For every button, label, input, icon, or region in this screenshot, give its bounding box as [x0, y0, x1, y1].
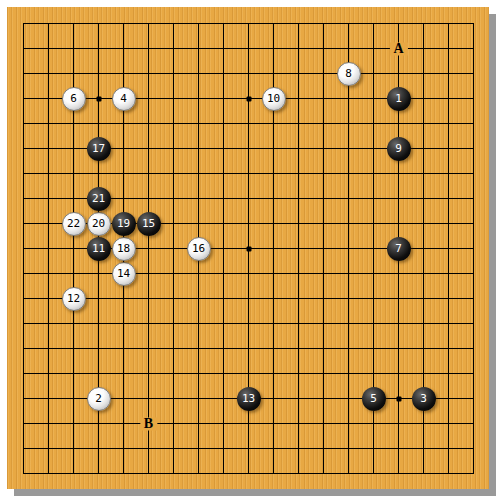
- go-board[interactable]: 12345678910111213141516171819202122AB: [7, 7, 489, 489]
- star-point: [396, 396, 401, 401]
- star-point: [246, 246, 251, 251]
- grid-line-vertical: [323, 23, 324, 474]
- grid-line-vertical: [473, 23, 474, 474]
- stone-black-1[interactable]: 1: [387, 87, 411, 111]
- grid-line-horizontal: [23, 448, 474, 449]
- grid-line-vertical: [298, 23, 299, 474]
- grid-line-vertical: [448, 23, 449, 474]
- stone-black-19[interactable]: 19: [112, 212, 136, 236]
- stone-white-18[interactable]: 18: [112, 237, 136, 261]
- stone-white-8[interactable]: 8: [337, 62, 361, 86]
- stone-black-17[interactable]: 17: [87, 137, 111, 161]
- stone-black-13[interactable]: 13: [237, 387, 261, 411]
- star-point: [246, 96, 251, 101]
- stone-black-21[interactable]: 21: [87, 187, 111, 211]
- stone-white-6[interactable]: 6: [62, 87, 86, 111]
- stone-black-11[interactable]: 11: [87, 237, 111, 261]
- grid-line-horizontal: [23, 348, 474, 349]
- grid-line-horizontal: [23, 373, 474, 374]
- board-label-A: A: [389, 42, 407, 55]
- stone-white-12[interactable]: 12: [62, 287, 86, 311]
- grid-line-vertical: [348, 23, 349, 474]
- grid-line-horizontal: [23, 298, 474, 299]
- stone-black-3[interactable]: 3: [412, 387, 436, 411]
- stone-white-4[interactable]: 4: [112, 87, 136, 111]
- grid-line-horizontal: [23, 423, 474, 424]
- star-point: [96, 96, 101, 101]
- stone-white-20[interactable]: 20: [87, 212, 111, 236]
- board-grid: 12345678910111213141516171819202122AB: [23, 23, 474, 474]
- grid-line-horizontal: [23, 323, 474, 324]
- stone-black-15[interactable]: 15: [137, 212, 161, 236]
- stone-white-10[interactable]: 10: [262, 87, 286, 111]
- stone-black-5[interactable]: 5: [362, 387, 386, 411]
- stone-black-9[interactable]: 9: [387, 137, 411, 161]
- grid-line-horizontal: [23, 273, 474, 274]
- board-label-B: B: [140, 417, 157, 430]
- stone-black-7[interactable]: 7: [387, 237, 411, 261]
- stone-white-22[interactable]: 22: [62, 212, 86, 236]
- stone-white-16[interactable]: 16: [187, 237, 211, 261]
- grid-line-horizontal: [23, 473, 474, 474]
- stone-white-14[interactable]: 14: [112, 262, 136, 286]
- stone-white-2[interactable]: 2: [87, 387, 111, 411]
- page-background: 12345678910111213141516171819202122AB: [0, 0, 500, 500]
